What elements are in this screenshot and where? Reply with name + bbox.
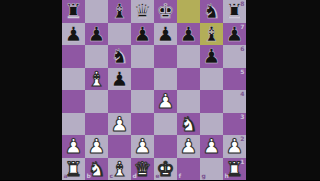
square-g1[interactable]: g [200, 158, 223, 181]
square-d4[interactable] [131, 90, 154, 113]
square-d7[interactable]: ♟ [131, 23, 154, 46]
rank-label-7: 7 [240, 24, 244, 30]
square-e4[interactable]: ♟ [154, 90, 177, 113]
rank-label-6: 6 [240, 46, 244, 52]
square-e6[interactable] [154, 45, 177, 68]
square-h4[interactable]: 4 [223, 90, 246, 113]
rank-label-8: 8 [240, 1, 244, 7]
white-pawn-e4[interactable]: ♟ [157, 91, 175, 111]
square-d6[interactable] [131, 45, 154, 68]
black-knight-g8[interactable]: ♞ [203, 1, 221, 21]
square-e5[interactable] [154, 68, 177, 91]
file-label-f: f [179, 173, 182, 179]
rank-label-3: 3 [240, 114, 244, 120]
square-b8[interactable] [85, 0, 108, 23]
square-c5[interactable]: ♟ [108, 68, 131, 91]
square-b2[interactable]: ♟ [85, 135, 108, 158]
black-pawn-b7[interactable]: ♟ [88, 23, 106, 43]
white-pawn-b2[interactable]: ♟ [88, 136, 106, 156]
black-queen-d8[interactable]: ♛ [134, 1, 152, 21]
square-c4[interactable] [108, 90, 131, 113]
black-king-e8[interactable]: ♚ [157, 1, 175, 21]
rank-label-2: 2 [240, 136, 244, 142]
square-f7[interactable]: ♟ [177, 23, 200, 46]
square-b1[interactable]: ♞b [85, 158, 108, 181]
rank-label-1: 1 [240, 159, 244, 165]
square-e8[interactable]: ♚ [154, 0, 177, 23]
black-pawn-g6[interactable]: ♟ [203, 46, 221, 66]
square-c7[interactable] [108, 23, 131, 46]
file-label-h: h [225, 173, 229, 179]
square-f3[interactable]: ♞ [177, 113, 200, 136]
square-e2[interactable] [154, 135, 177, 158]
white-pawn-a2[interactable]: ♟ [65, 136, 83, 156]
square-a7[interactable]: ♟ [62, 23, 85, 46]
square-b4[interactable] [85, 90, 108, 113]
file-label-b: b [87, 173, 91, 179]
square-h7[interactable]: ♟7 [223, 23, 246, 46]
square-e3[interactable] [154, 113, 177, 136]
square-g5[interactable] [200, 68, 223, 91]
square-h8[interactable]: ♜8 [223, 0, 246, 23]
square-b3[interactable] [85, 113, 108, 136]
square-a1[interactable]: ♜a [62, 158, 85, 181]
black-knight-c6[interactable]: ♞ [111, 46, 129, 66]
app-window: ♜♝♛♚♞♜8♟♟♟♟♟♝♟7♞♟6♝♟5♟4♟♞3♟♟♟♟♟♟2♜a♞b♝c♛… [0, 0, 320, 180]
black-pawn-a7[interactable]: ♟ [65, 23, 83, 43]
square-e1[interactable]: ♚e [154, 158, 177, 181]
square-g3[interactable] [200, 113, 223, 136]
white-knight-f3[interactable]: ♞ [180, 113, 198, 133]
square-g2[interactable]: ♟ [200, 135, 223, 158]
square-d3[interactable] [131, 113, 154, 136]
square-h5[interactable]: 5 [223, 68, 246, 91]
square-f1[interactable]: f [177, 158, 200, 181]
square-g6[interactable]: ♟ [200, 45, 223, 68]
square-f8[interactable] [177, 0, 200, 23]
square-b5[interactable]: ♝ [85, 68, 108, 91]
black-bishop-c8[interactable]: ♝ [111, 1, 129, 21]
square-a8[interactable]: ♜ [62, 0, 85, 23]
white-pawn-g2[interactable]: ♟ [203, 136, 221, 156]
square-b7[interactable]: ♟ [85, 23, 108, 46]
square-d1[interactable]: ♛d [131, 158, 154, 181]
square-a6[interactable] [62, 45, 85, 68]
square-f4[interactable] [177, 90, 200, 113]
square-a2[interactable]: ♟ [62, 135, 85, 158]
white-pawn-f2[interactable]: ♟ [180, 136, 198, 156]
rank-label-5: 5 [240, 69, 244, 75]
chess-board: ♜♝♛♚♞♜8♟♟♟♟♟♝♟7♞♟6♝♟5♟4♟♞3♟♟♟♟♟♟2♜a♞b♝c♛… [62, 0, 246, 180]
square-b6[interactable] [85, 45, 108, 68]
black-rook-a8[interactable]: ♜ [65, 1, 83, 21]
square-c2[interactable] [108, 135, 131, 158]
square-e7[interactable]: ♟ [154, 23, 177, 46]
square-a5[interactable] [62, 68, 85, 91]
square-d2[interactable]: ♟ [131, 135, 154, 158]
square-f6[interactable] [177, 45, 200, 68]
square-a4[interactable] [62, 90, 85, 113]
black-pawn-c5[interactable]: ♟ [111, 68, 129, 88]
white-pawn-d2[interactable]: ♟ [134, 136, 152, 156]
black-pawn-f7[interactable]: ♟ [180, 23, 198, 43]
rank-label-4: 4 [240, 91, 244, 97]
black-pawn-e7[interactable]: ♟ [157, 23, 175, 43]
black-pawn-d7[interactable]: ♟ [134, 23, 152, 43]
square-f2[interactable]: ♟ [177, 135, 200, 158]
square-d5[interactable] [131, 68, 154, 91]
square-h2[interactable]: ♟2 [223, 135, 246, 158]
file-label-g: g [202, 173, 206, 179]
square-d8[interactable]: ♛ [131, 0, 154, 23]
square-f5[interactable] [177, 68, 200, 91]
square-h3[interactable]: 3 [223, 113, 246, 136]
square-g7[interactable]: ♝ [200, 23, 223, 46]
file-label-d: d [133, 173, 137, 179]
white-bishop-c1[interactable]: ♝ [111, 158, 129, 178]
file-label-c: c [110, 173, 114, 179]
square-c6[interactable]: ♞ [108, 45, 131, 68]
square-c3[interactable]: ♟ [108, 113, 131, 136]
black-bishop-g7[interactable]: ♝ [203, 23, 221, 43]
square-a3[interactable] [62, 113, 85, 136]
square-g4[interactable] [200, 90, 223, 113]
square-h6[interactable]: 6 [223, 45, 246, 68]
file-label-e: e [156, 173, 160, 179]
square-h1[interactable]: ♜1h [223, 158, 246, 181]
file-label-a: a [64, 173, 68, 179]
white-pawn-c3[interactable]: ♟ [111, 113, 129, 133]
square-c1[interactable]: ♝c [108, 158, 131, 181]
white-bishop-b5[interactable]: ♝ [88, 68, 106, 88]
square-c8[interactable]: ♝ [108, 0, 131, 23]
square-g8[interactable]: ♞ [200, 0, 223, 23]
